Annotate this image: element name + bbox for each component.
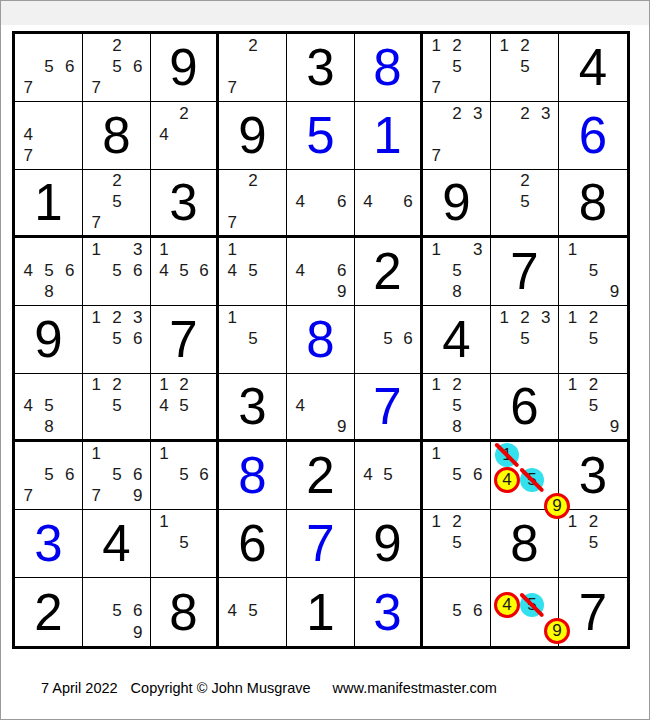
candidate: 9 <box>337 282 346 302</box>
candidate: 4 <box>296 261 305 281</box>
candidate-grid: 56 <box>355 306 420 373</box>
candidate-grid: 1259 <box>559 374 627 439</box>
given-digit: 2 <box>34 587 62 638</box>
cell-r5c3[interactable]: 7 <box>151 306 219 374</box>
candidate: 6 <box>65 261 74 281</box>
candidate: 4 <box>228 601 237 621</box>
cell-r2c1[interactable]: 47 <box>15 102 83 170</box>
cell-r7c6[interactable]: 45 <box>355 442 423 510</box>
candidate: 1 <box>159 512 168 532</box>
candidate: 2 <box>589 375 598 395</box>
candidate: 4 <box>24 125 33 145</box>
candidate-grid: 15 <box>151 510 216 577</box>
candidate: 5 <box>179 465 188 485</box>
cell-r4c2[interactable]: 1356 <box>83 238 151 306</box>
candidate: 5 <box>383 465 392 485</box>
cell-r7c3[interactable]: 156 <box>151 442 219 510</box>
candidate: 4 <box>296 192 305 212</box>
entered-digit: 3 <box>373 587 401 638</box>
candidate: 9 <box>610 417 619 437</box>
cell-r8c9[interactable]: 125 <box>559 510 627 578</box>
candidate-grid: 125 <box>83 374 150 439</box>
candidate: 6 <box>337 261 346 281</box>
candidate: 5 <box>112 192 121 212</box>
given-digit: 1 <box>306 587 334 638</box>
cell-r2c8[interactable]: 23 <box>491 102 559 170</box>
cell-r1c9[interactable]: 4 <box>559 34 627 102</box>
cell-r7c4[interactable]: 8 <box>219 442 287 510</box>
candidate: 4 <box>24 261 33 281</box>
given-digit: 8 <box>510 518 538 569</box>
candidate: 5 <box>248 329 257 349</box>
cell-r4c1[interactable]: 4568 <box>15 238 83 306</box>
candidate: 1 <box>568 375 577 395</box>
cell-r4c5[interactable]: 469 <box>287 238 355 306</box>
candidate-eliminated: 5 <box>520 468 544 492</box>
candidate: 9 <box>133 623 142 643</box>
cell-r6c1[interactable]: 458 <box>15 374 83 442</box>
candidate: 8 <box>452 417 461 437</box>
candidate: 1 <box>500 308 509 328</box>
candidate-grid: 45 <box>219 578 286 646</box>
candidate-grid: 125 <box>559 510 627 577</box>
entered-digit: 6 <box>579 110 607 161</box>
candidate: 1 <box>432 240 441 260</box>
candidate-grid: 25 <box>491 170 558 235</box>
candidate: 1 <box>159 240 168 260</box>
candidate-grid: 1356 <box>83 238 150 305</box>
cell-r5c1[interactable]: 9 <box>15 306 83 374</box>
cell-r4c8[interactable]: 7 <box>491 238 559 306</box>
candidate-grid: 156 <box>423 442 490 509</box>
candidate: 6 <box>199 465 208 485</box>
candidate: 1 <box>92 375 101 395</box>
cell-r9c8[interactable]: 459 <box>491 578 559 646</box>
given-digit: 4 <box>102 518 130 569</box>
given-digit: 9 <box>238 110 266 161</box>
cell-r8c5[interactable]: 7 <box>287 510 355 578</box>
candidate-grid: 469 <box>287 238 354 305</box>
candidate: 7 <box>24 486 33 506</box>
candidate: 1 <box>228 308 237 328</box>
candidate: 5 <box>589 396 598 416</box>
candidate: 6 <box>403 329 412 349</box>
candidate: 2 <box>112 171 121 191</box>
cell-r3c7[interactable]: 9 <box>423 170 491 238</box>
footer-date: 7 April 2022 <box>41 680 118 696</box>
page: 5672567927381257125447824951237236125732… <box>0 0 650 720</box>
candidate: 1 <box>159 375 168 395</box>
candidate: 1 <box>159 444 168 464</box>
candidate: 5 <box>179 533 188 553</box>
cell-r2c9[interactable]: 6 <box>559 102 627 170</box>
candidate: 5 <box>452 533 461 553</box>
cell-r9c2[interactable]: 569 <box>83 578 151 646</box>
candidate: 1 <box>500 36 509 56</box>
candidate-eliminated: 5 <box>520 593 544 617</box>
cell-r8c4[interactable]: 6 <box>219 510 287 578</box>
candidate-grid: 1459 <box>491 442 558 509</box>
candidate: 1 <box>92 444 101 464</box>
candidate: 4 <box>159 396 168 416</box>
given-digit: 4 <box>579 42 607 93</box>
candidate-grid: 257 <box>83 170 150 235</box>
candidate: 7 <box>92 213 101 233</box>
cell-r2c5[interactable]: 5 <box>287 102 355 170</box>
candidate-grid: 27 <box>219 170 286 235</box>
cell-r2c3[interactable]: 24 <box>151 102 219 170</box>
candidate: 2 <box>112 36 121 56</box>
candidate: 4 <box>228 261 237 281</box>
candidate-picked: 4 <box>494 592 520 618</box>
given-digit: 8 <box>102 110 130 161</box>
candidate-grid: 145 <box>219 238 286 305</box>
cell-r5c8[interactable]: 1235 <box>491 306 559 374</box>
candidate-grid: 1358 <box>423 238 490 305</box>
sudoku-board: 5672567927381257125447824951237236125732… <box>12 31 630 649</box>
cell-r2c6[interactable]: 1 <box>355 102 423 170</box>
candidate: 2 <box>248 36 257 56</box>
candidate-grid: 125 <box>559 306 627 373</box>
candidate: 5 <box>248 261 257 281</box>
given-digit: 7 <box>579 587 607 638</box>
candidate-grid: 15 <box>219 306 286 373</box>
candidate: 8 <box>452 282 461 302</box>
given-digit: 2 <box>306 450 334 501</box>
cell-r6c3[interactable]: 1245 <box>151 374 219 442</box>
cell-r5c5[interactable]: 8 <box>287 306 355 374</box>
candidate-picked: 4 <box>494 467 520 493</box>
cell-r9c1[interactable]: 2 <box>15 578 83 646</box>
candidate-grid: 24 <box>151 102 216 169</box>
candidate: 6 <box>473 601 482 621</box>
candidate: 3 <box>133 240 142 260</box>
cell-r4c7[interactable]: 1358 <box>423 238 491 306</box>
cell-r6c5[interactable]: 49 <box>287 374 355 442</box>
candidate: 1 <box>92 308 101 328</box>
cell-r8c6[interactable]: 9 <box>355 510 423 578</box>
candidate: 5 <box>44 261 53 281</box>
cell-r5c9[interactable]: 125 <box>559 306 627 374</box>
candidate-grid: 2567 <box>83 34 150 101</box>
candidate: 6 <box>133 261 142 281</box>
candidate: 9 <box>337 417 346 437</box>
cell-r5c2[interactable]: 12356 <box>83 306 151 374</box>
candidate: 5 <box>112 57 121 77</box>
candidate: 5 <box>452 261 461 281</box>
cell-r6c9[interactable]: 1259 <box>559 374 627 442</box>
candidate: 5 <box>112 465 121 485</box>
cell-r7c9[interactable]: 3 <box>559 442 627 510</box>
candidate: 9 <box>133 486 142 506</box>
candidate: 3 <box>473 240 482 260</box>
given-digit: 7 <box>510 246 538 297</box>
cell-r9c9[interactable]: 7 <box>559 578 627 646</box>
candidate: 7 <box>92 78 101 98</box>
candidate: 1 <box>432 512 441 532</box>
candidate-grid: 567 <box>15 34 82 101</box>
cell-r3c4[interactable]: 27 <box>219 170 287 238</box>
candidate-grid: 46 <box>355 170 420 235</box>
candidate: 1 <box>92 240 101 260</box>
candidate: 3 <box>133 308 142 328</box>
candidate: 5 <box>179 396 188 416</box>
candidate: 5 <box>44 465 53 485</box>
candidate: 4 <box>159 261 168 281</box>
candidate: 5 <box>383 329 392 349</box>
candidate: 2 <box>589 512 598 532</box>
candidate: 6 <box>473 465 482 485</box>
candidate-grid: 47 <box>15 102 82 169</box>
cell-r8c3[interactable]: 15 <box>151 510 219 578</box>
candidate: 1 <box>432 375 441 395</box>
cell-r5c7[interactable]: 4 <box>423 306 491 374</box>
cell-r4c6[interactable]: 2 <box>355 238 423 306</box>
candidate: 4 <box>363 192 372 212</box>
candidate: 2 <box>520 36 529 56</box>
footer-website: www.manifestmaster.com <box>333 680 497 696</box>
candidate-grid: 1456 <box>151 238 216 305</box>
entered-digit: 8 <box>238 450 266 501</box>
candidate: 1 <box>568 308 577 328</box>
candidate: 5 <box>589 261 598 281</box>
cell-r1c3[interactable]: 9 <box>151 34 219 102</box>
given-digit: 6 <box>238 518 266 569</box>
candidate: 1 <box>432 444 441 464</box>
cell-r6c2[interactable]: 125 <box>83 374 151 442</box>
candidate: 2 <box>452 104 461 124</box>
given-digit: 3 <box>579 450 607 501</box>
candidate: 2 <box>112 375 121 395</box>
given-digit: 3 <box>238 381 266 432</box>
candidate-grid: 46 <box>287 170 354 235</box>
candidate-grid: 15679 <box>83 442 150 509</box>
cell-r3c1[interactable]: 1 <box>15 170 83 238</box>
cell-r1c4[interactable]: 27 <box>219 34 287 102</box>
candidate-grid: 125 <box>491 34 558 101</box>
window-top-strip <box>1 1 649 25</box>
candidate-picked: 9 <box>544 493 570 519</box>
entered-digit: 5 <box>306 110 334 161</box>
cell-r8c2[interactable]: 4 <box>83 510 151 578</box>
cell-r3c3[interactable]: 3 <box>151 170 219 238</box>
cell-r4c4[interactable]: 145 <box>219 238 287 306</box>
candidate: 6 <box>65 465 74 485</box>
footer: 7 April 2022 Copyright © John Musgrave w… <box>41 680 497 696</box>
candidate: 8 <box>44 282 53 302</box>
candidate: 5 <box>589 329 598 349</box>
cell-r2c7[interactable]: 237 <box>423 102 491 170</box>
cell-r8c1[interactable]: 3 <box>15 510 83 578</box>
candidate: 7 <box>432 78 441 98</box>
cell-r9c4[interactable]: 45 <box>219 578 287 646</box>
candidate: 5 <box>44 57 53 77</box>
candidate: 7 <box>228 213 237 233</box>
cell-r2c4[interactable]: 9 <box>219 102 287 170</box>
cell-r8c7[interactable]: 125 <box>423 510 491 578</box>
given-digit: 3 <box>169 177 197 228</box>
candidate: 5 <box>112 329 121 349</box>
candidate: 4 <box>24 396 33 416</box>
candidate: 2 <box>520 308 529 328</box>
candidate: 2 <box>520 104 529 124</box>
given-digit: 7 <box>169 314 197 365</box>
cell-r4c3[interactable]: 1456 <box>151 238 219 306</box>
cell-r1c1[interactable]: 567 <box>15 34 83 102</box>
cell-r1c6[interactable]: 8 <box>355 34 423 102</box>
given-digit: 9 <box>34 314 62 365</box>
cell-r8c8[interactable]: 8 <box>491 510 559 578</box>
candidate: 7 <box>432 146 441 166</box>
candidate: 7 <box>24 146 33 166</box>
footer-copyright: Copyright © John Musgrave <box>131 680 311 696</box>
candidate: 5 <box>452 601 461 621</box>
candidate: 5 <box>452 465 461 485</box>
candidate-grid: 12356 <box>83 306 150 373</box>
candidate: 6 <box>133 57 142 77</box>
candidate-grid: 27 <box>219 34 286 101</box>
candidate-grid: 4568 <box>15 238 82 305</box>
cell-r5c6[interactable]: 56 <box>355 306 423 374</box>
cell-r2c2[interactable]: 8 <box>83 102 151 170</box>
candidate: 3 <box>541 308 550 328</box>
candidate-eliminated: 1 <box>495 443 519 467</box>
candidate: 4 <box>159 125 168 145</box>
cell-r3c8[interactable]: 25 <box>491 170 559 238</box>
candidate: 2 <box>179 104 188 124</box>
candidate-grid: 569 <box>83 578 150 646</box>
entered-digit: 3 <box>34 518 62 569</box>
candidate: 6 <box>133 465 142 485</box>
candidate: 2 <box>179 375 188 395</box>
candidate: 4 <box>296 396 305 416</box>
candidate-picked: 9 <box>544 618 570 644</box>
cell-r1c2[interactable]: 2567 <box>83 34 151 102</box>
given-digit: 8 <box>169 587 197 638</box>
cell-r3c9[interactable]: 8 <box>559 170 627 238</box>
candidate-grid: 45 <box>355 442 420 509</box>
candidate-grid: 56 <box>423 578 490 646</box>
cell-r6c6[interactable]: 7 <box>355 374 423 442</box>
candidate-grid: 237 <box>423 102 490 169</box>
given-digit: 3 <box>306 42 334 93</box>
cell-r6c8[interactable]: 6 <box>491 374 559 442</box>
given-digit: 4 <box>442 314 470 365</box>
candidate: 1 <box>432 36 441 56</box>
candidate-grid: 159 <box>559 238 627 305</box>
given-digit: 2 <box>373 246 401 297</box>
candidate: 5 <box>520 192 529 212</box>
candidate: 5 <box>44 396 53 416</box>
candidate: 2 <box>452 512 461 532</box>
given-digit: 9 <box>442 177 470 228</box>
candidate-grid: 1258 <box>423 374 490 439</box>
candidate: 5 <box>248 601 257 621</box>
candidate: 5 <box>520 57 529 77</box>
given-digit: 1 <box>34 177 62 228</box>
candidate: 1 <box>568 512 577 532</box>
candidate: 7 <box>24 78 33 98</box>
candidate-grid: 23 <box>491 102 558 169</box>
given-digit: 9 <box>373 518 401 569</box>
cell-r1c7[interactable]: 1257 <box>423 34 491 102</box>
cell-r6c4[interactable]: 3 <box>219 374 287 442</box>
cell-r7c5[interactable]: 2 <box>287 442 355 510</box>
candidate: 6 <box>133 329 142 349</box>
candidate: 2 <box>589 308 598 328</box>
candidate: 6 <box>65 57 74 77</box>
candidate: 5 <box>179 261 188 281</box>
given-digit: 6 <box>510 381 538 432</box>
candidate: 8 <box>44 417 53 437</box>
candidate: 6 <box>337 192 346 212</box>
candidate-grid: 49 <box>287 374 354 439</box>
entered-digit: 7 <box>373 381 401 432</box>
candidate: 2 <box>248 171 257 191</box>
cell-r9c6[interactable]: 3 <box>355 578 423 646</box>
candidate-grid: 1257 <box>423 34 490 101</box>
candidate: 5 <box>112 601 121 621</box>
cell-r6c7[interactable]: 1258 <box>423 374 491 442</box>
candidate: 2 <box>452 36 461 56</box>
given-digit: 9 <box>169 42 197 93</box>
cell-r9c3[interactable]: 8 <box>151 578 219 646</box>
candidate: 6 <box>199 261 208 281</box>
cell-r9c5[interactable]: 1 <box>287 578 355 646</box>
candidate-grid: 567 <box>15 442 82 509</box>
given-digit: 8 <box>579 177 607 228</box>
candidate: 1 <box>228 240 237 260</box>
cell-r9c7[interactable]: 56 <box>423 578 491 646</box>
candidate: 7 <box>228 78 237 98</box>
entered-digit: 8 <box>306 314 334 365</box>
entered-digit: 8 <box>373 42 401 93</box>
candidate: 5 <box>452 396 461 416</box>
candidate: 5 <box>112 396 121 416</box>
candidate: 5 <box>452 57 461 77</box>
cell-r1c8[interactable]: 125 <box>491 34 559 102</box>
candidate: 7 <box>92 486 101 506</box>
cell-r3c5[interactable]: 46 <box>287 170 355 238</box>
cell-r1c5[interactable]: 3 <box>287 34 355 102</box>
entered-digit: 7 <box>306 518 334 569</box>
candidate: 4 <box>363 465 372 485</box>
cell-r7c7[interactable]: 156 <box>423 442 491 510</box>
candidate-grid: 156 <box>151 442 216 509</box>
cell-r4c9[interactable]: 159 <box>559 238 627 306</box>
candidate: 6 <box>403 192 412 212</box>
cell-r7c2[interactable]: 15679 <box>83 442 151 510</box>
candidate: 5 <box>589 533 598 553</box>
candidate-grid: 125 <box>423 510 490 577</box>
candidate: 3 <box>473 104 482 124</box>
candidate: 2 <box>112 308 121 328</box>
candidate-grid: 1245 <box>151 374 216 439</box>
cell-r7c1[interactable]: 567 <box>15 442 83 510</box>
candidate-grid: 1235 <box>491 306 558 373</box>
candidate: 9 <box>610 282 619 302</box>
candidate-grid: 459 <box>491 578 558 646</box>
candidate: 5 <box>112 261 121 281</box>
entered-digit: 1 <box>373 110 401 161</box>
candidate: 5 <box>520 329 529 349</box>
cell-r5c4[interactable]: 15 <box>219 306 287 374</box>
candidate: 6 <box>133 601 142 621</box>
candidate: 1 <box>568 240 577 260</box>
cell-r3c2[interactable]: 257 <box>83 170 151 238</box>
cell-r3c6[interactable]: 46 <box>355 170 423 238</box>
cell-r7c8[interactable]: 1459 <box>491 442 559 510</box>
